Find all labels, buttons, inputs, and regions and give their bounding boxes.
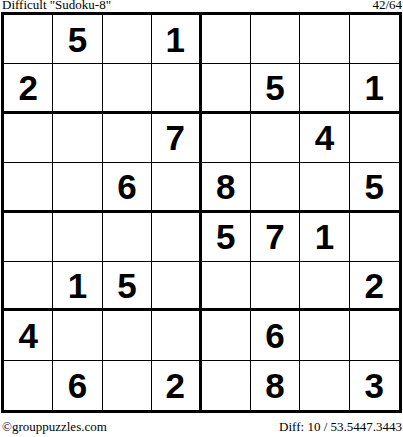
cell-r1c1[interactable] xyxy=(4,15,53,64)
cell-r8c2: 6 xyxy=(53,361,102,410)
cell-r1c6[interactable] xyxy=(251,15,300,64)
cell-r2c4[interactable] xyxy=(152,64,201,113)
cell-r8c5[interactable] xyxy=(202,361,251,410)
cell-r6c7[interactable] xyxy=(300,262,349,311)
cell-r5c7: 1 xyxy=(300,213,349,262)
cell-r6c2: 1 xyxy=(53,262,102,311)
cell-r3c1[interactable] xyxy=(4,114,53,163)
cell-r7c2[interactable] xyxy=(53,311,102,360)
cell-r4c8: 5 xyxy=(350,163,399,212)
cell-r3c7: 4 xyxy=(300,114,349,163)
cell-r7c7[interactable] xyxy=(300,311,349,360)
cell-r1c5[interactable] xyxy=(202,15,251,64)
footer-bar: ©grouppuzzles.com Diff: 10 / 53.5447.344… xyxy=(0,413,403,434)
cell-r4c4[interactable] xyxy=(152,163,201,212)
cell-r8c8: 3 xyxy=(350,361,399,410)
cell-r7c4[interactable] xyxy=(152,311,201,360)
cell-r6c3: 5 xyxy=(103,262,152,311)
cell-r5c4[interactable] xyxy=(152,213,201,262)
cell-r7c1: 4 xyxy=(4,311,53,360)
cell-r5c2[interactable] xyxy=(53,213,102,262)
cell-r5c8[interactable] xyxy=(350,213,399,262)
cell-r3c4: 7 xyxy=(152,114,201,163)
cell-r5c5: 5 xyxy=(202,213,251,262)
cell-r6c5[interactable] xyxy=(202,262,251,311)
cell-r4c6[interactable] xyxy=(251,163,300,212)
cell-r2c7[interactable] xyxy=(300,64,349,113)
cell-r3c6[interactable] xyxy=(251,114,300,163)
cell-r2c6: 5 xyxy=(251,64,300,113)
puzzle-page: Difficult "Sudoku-8" 42/64 5125174685571… xyxy=(0,0,403,437)
cell-r4c5: 8 xyxy=(202,163,251,212)
cell-r3c3[interactable] xyxy=(103,114,152,163)
cell-r2c1: 2 xyxy=(4,64,53,113)
cell-r8c7[interactable] xyxy=(300,361,349,410)
cell-r8c1[interactable] xyxy=(4,361,53,410)
cell-r8c4: 2 xyxy=(152,361,201,410)
cell-r3c2[interactable] xyxy=(53,114,102,163)
cell-r1c7[interactable] xyxy=(300,15,349,64)
cell-r1c8[interactable] xyxy=(350,15,399,64)
cell-r4c1[interactable] xyxy=(4,163,53,212)
cell-r2c5[interactable] xyxy=(202,64,251,113)
sudoku-board: 5125174685571152466283 xyxy=(1,12,402,413)
cell-r6c1[interactable] xyxy=(4,262,53,311)
cell-r7c8[interactable] xyxy=(350,311,399,360)
cell-r4c2[interactable] xyxy=(53,163,102,212)
cell-r2c3[interactable] xyxy=(103,64,152,113)
cell-r1c2: 5 xyxy=(53,15,102,64)
cell-r7c3[interactable] xyxy=(103,311,152,360)
cell-r3c5[interactable] xyxy=(202,114,251,163)
cell-r6c4[interactable] xyxy=(152,262,201,311)
cell-r5c6: 7 xyxy=(251,213,300,262)
cell-r8c6: 8 xyxy=(251,361,300,410)
copyright-text: ©grouppuzzles.com xyxy=(2,420,107,434)
cell-r7c6: 6 xyxy=(251,311,300,360)
cell-r1c3[interactable] xyxy=(103,15,152,64)
cell-r8c3[interactable] xyxy=(103,361,152,410)
cell-r5c3[interactable] xyxy=(103,213,152,262)
cell-r5c1[interactable] xyxy=(4,213,53,262)
puzzle-title: Difficult "Sudoku-8" xyxy=(2,0,111,11)
cell-r2c2[interactable] xyxy=(53,64,102,113)
cell-r1c4: 1 xyxy=(152,15,201,64)
difficulty-text: Diff: 10 / 53.5447.3443 xyxy=(279,420,402,434)
cell-r4c3: 6 xyxy=(103,163,152,212)
cell-r6c6[interactable] xyxy=(251,262,300,311)
cell-r3c8[interactable] xyxy=(350,114,399,163)
cell-r6c8: 2 xyxy=(350,262,399,311)
cell-r7c5[interactable] xyxy=(202,311,251,360)
cell-r2c8: 1 xyxy=(350,64,399,113)
header-bar: Difficult "Sudoku-8" 42/64 xyxy=(0,0,403,11)
empty-cell-counter: 42/64 xyxy=(372,0,402,11)
cell-r4c7[interactable] xyxy=(300,163,349,212)
